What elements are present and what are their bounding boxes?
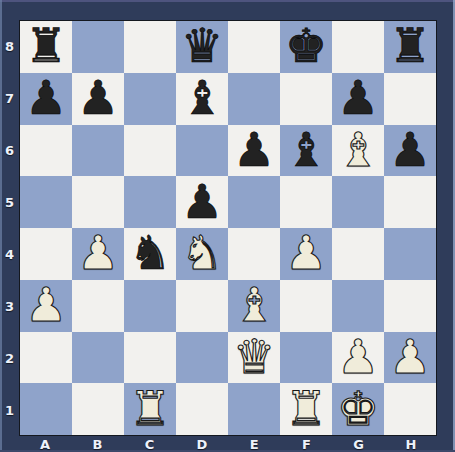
square-g6[interactable]: ♝ <box>332 125 384 177</box>
rank-label-5: 5 <box>0 176 19 228</box>
file-label-D: D <box>176 436 228 452</box>
square-d4[interactable]: ♞ <box>176 228 228 280</box>
square-h8[interactable]: ♜ <box>384 21 436 73</box>
square-h7[interactable] <box>384 73 436 125</box>
white-pawn[interactable]: ♟ <box>332 331 384 383</box>
square-e5[interactable] <box>228 176 280 228</box>
white-pawn[interactable]: ♟ <box>20 279 72 331</box>
rank-label-3: 3 <box>0 280 19 332</box>
white-rook[interactable]: ♜ <box>280 382 332 434</box>
white-pawn[interactable]: ♟ <box>72 227 124 279</box>
square-d5[interactable]: ♟ <box>176 176 228 228</box>
square-e1[interactable] <box>228 383 280 435</box>
square-h6[interactable]: ♟ <box>384 125 436 177</box>
square-f8[interactable]: ♚ <box>280 21 332 73</box>
rank-label-7: 7 <box>0 72 19 124</box>
square-b5[interactable] <box>72 176 124 228</box>
square-b6[interactable] <box>72 125 124 177</box>
square-c8[interactable] <box>124 21 176 73</box>
rank-labels: 87654321 <box>0 20 19 436</box>
rank-label-6: 6 <box>0 124 19 176</box>
square-g8[interactable] <box>332 21 384 73</box>
square-b8[interactable] <box>72 21 124 73</box>
square-h2[interactable]: ♟ <box>384 332 436 384</box>
square-c5[interactable] <box>124 176 176 228</box>
rank-label-2: 2 <box>0 332 19 384</box>
square-g7[interactable]: ♟ <box>332 73 384 125</box>
black-pawn[interactable]: ♟ <box>384 124 436 176</box>
square-e7[interactable] <box>228 73 280 125</box>
square-b4[interactable]: ♟ <box>72 228 124 280</box>
square-a5[interactable] <box>20 176 72 228</box>
board-frame: 87654321 ♜♛♚♜♟♟♝♟♟♝♝♟♟♟♞♞♟♟♝♛♟♟♜♜♚ ABCDE… <box>0 0 455 452</box>
square-h1[interactable] <box>384 383 436 435</box>
square-c3[interactable] <box>124 280 176 332</box>
square-a7[interactable]: ♟ <box>20 73 72 125</box>
white-bishop[interactable]: ♝ <box>332 124 384 176</box>
square-g3[interactable] <box>332 280 384 332</box>
rank-label-8: 8 <box>0 20 19 72</box>
square-g4[interactable] <box>332 228 384 280</box>
square-c1[interactable]: ♜ <box>124 383 176 435</box>
square-f3[interactable] <box>280 280 332 332</box>
square-a2[interactable] <box>20 332 72 384</box>
square-f6[interactable]: ♝ <box>280 125 332 177</box>
white-king[interactable]: ♚ <box>332 382 384 434</box>
rank-label-1: 1 <box>0 384 19 436</box>
white-bishop[interactable]: ♝ <box>228 279 280 331</box>
square-c6[interactable] <box>124 125 176 177</box>
square-b3[interactable] <box>72 280 124 332</box>
square-d8[interactable]: ♛ <box>176 21 228 73</box>
square-b2[interactable] <box>72 332 124 384</box>
square-a8[interactable]: ♜ <box>20 21 72 73</box>
black-rook[interactable]: ♜ <box>20 20 72 72</box>
square-g1[interactable]: ♚ <box>332 383 384 435</box>
square-a1[interactable] <box>20 383 72 435</box>
square-g2[interactable]: ♟ <box>332 332 384 384</box>
square-h3[interactable] <box>384 280 436 332</box>
square-e3[interactable]: ♝ <box>228 280 280 332</box>
white-knight[interactable]: ♞ <box>176 227 228 279</box>
black-pawn[interactable]: ♟ <box>176 175 228 227</box>
black-rook[interactable]: ♜ <box>384 20 436 72</box>
square-c7[interactable] <box>124 73 176 125</box>
white-pawn[interactable]: ♟ <box>384 331 436 383</box>
square-f7[interactable] <box>280 73 332 125</box>
square-f1[interactable]: ♜ <box>280 383 332 435</box>
rank-label-4: 4 <box>0 228 19 280</box>
file-label-C: C <box>124 436 176 452</box>
square-b7[interactable]: ♟ <box>72 73 124 125</box>
frame-top-edge <box>0 0 455 2</box>
square-d3[interactable] <box>176 280 228 332</box>
black-bishop[interactable]: ♝ <box>280 124 332 176</box>
square-a6[interactable] <box>20 125 72 177</box>
white-pawn[interactable]: ♟ <box>280 227 332 279</box>
black-queen[interactable]: ♛ <box>176 20 228 72</box>
square-g5[interactable] <box>332 176 384 228</box>
file-label-E: E <box>228 436 280 452</box>
square-f2[interactable] <box>280 332 332 384</box>
square-c2[interactable] <box>124 332 176 384</box>
square-a3[interactable]: ♟ <box>20 280 72 332</box>
file-label-G: G <box>333 436 385 452</box>
square-c4[interactable]: ♞ <box>124 228 176 280</box>
square-b1[interactable] <box>72 383 124 435</box>
black-pawn[interactable]: ♟ <box>20 72 72 124</box>
white-rook[interactable]: ♜ <box>124 382 176 434</box>
file-labels: ABCDEFGH <box>19 436 437 452</box>
square-f5[interactable] <box>280 176 332 228</box>
black-knight[interactable]: ♞ <box>124 227 176 279</box>
square-d2[interactable] <box>176 332 228 384</box>
black-pawn[interactable]: ♟ <box>332 72 384 124</box>
black-pawn[interactable]: ♟ <box>228 124 280 176</box>
file-label-A: A <box>19 436 71 452</box>
square-h4[interactable] <box>384 228 436 280</box>
black-bishop[interactable]: ♝ <box>176 72 228 124</box>
square-d7[interactable]: ♝ <box>176 73 228 125</box>
square-e4[interactable] <box>228 228 280 280</box>
black-king[interactable]: ♚ <box>280 20 332 72</box>
square-f4[interactable]: ♟ <box>280 228 332 280</box>
square-e8[interactable] <box>228 21 280 73</box>
chess-board: ♜♛♚♜♟♟♝♟♟♝♝♟♟♟♞♞♟♟♝♛♟♟♜♜♚ <box>19 20 437 436</box>
file-label-F: F <box>280 436 332 452</box>
white-queen[interactable]: ♛ <box>228 331 280 383</box>
square-e2[interactable]: ♛ <box>228 332 280 384</box>
file-label-H: H <box>385 436 437 452</box>
square-h5[interactable] <box>384 176 436 228</box>
square-e6[interactable]: ♟ <box>228 125 280 177</box>
file-label-B: B <box>71 436 123 452</box>
square-d6[interactable] <box>176 125 228 177</box>
black-pawn[interactable]: ♟ <box>72 72 124 124</box>
square-d1[interactable] <box>176 383 228 435</box>
square-a4[interactable] <box>20 228 72 280</box>
